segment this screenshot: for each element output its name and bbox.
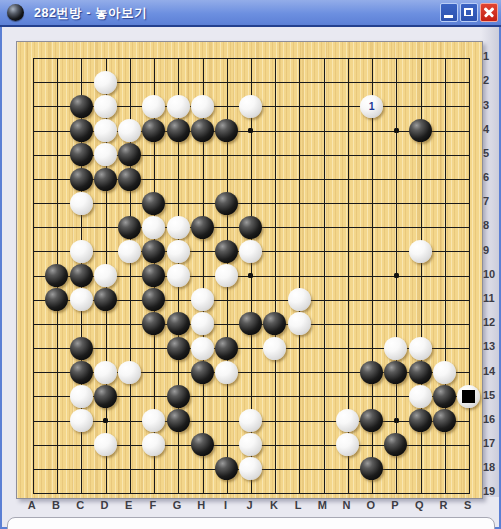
stone-white[interactable] (142, 216, 165, 239)
col-label: A (24, 499, 40, 511)
row-label: 16 (483, 413, 498, 425)
close-button[interactable] (480, 3, 498, 22)
col-label: L (290, 499, 306, 511)
stone-black[interactable] (239, 312, 262, 335)
stone-white[interactable]: 1 (360, 95, 383, 118)
last-move-square-marker (462, 390, 475, 403)
stone-white[interactable] (167, 216, 190, 239)
black-stone-logo-icon (7, 4, 24, 21)
stone-white[interactable] (70, 288, 93, 311)
minimize-button[interactable] (440, 3, 458, 22)
stone-black[interactable] (142, 192, 165, 215)
row-label: 3 (483, 99, 498, 111)
stone-white[interactable] (239, 240, 262, 263)
stone-black[interactable] (409, 119, 432, 142)
col-label: Q (411, 499, 427, 511)
stone-black[interactable] (215, 192, 238, 215)
stone-black[interactable] (167, 337, 190, 360)
stone-black[interactable] (70, 361, 93, 384)
row-label: 1 (483, 50, 498, 62)
stone-white[interactable] (239, 433, 262, 456)
stone-white[interactable] (191, 337, 214, 360)
row-label: 4 (483, 123, 498, 135)
col-label: K (266, 499, 282, 511)
stone-black[interactable] (384, 361, 407, 384)
stone-white[interactable] (215, 264, 238, 287)
stone-black[interactable] (360, 409, 383, 432)
stone-white[interactable] (70, 385, 93, 408)
stone-white[interactable] (94, 143, 117, 166)
row-label: 14 (483, 365, 498, 377)
stone-white[interactable] (167, 95, 190, 118)
stone-black[interactable] (70, 168, 93, 191)
stone-white[interactable] (288, 288, 311, 311)
stone-white[interactable] (142, 409, 165, 432)
col-label: P (387, 499, 403, 511)
stone-white[interactable] (142, 433, 165, 456)
stone-white[interactable] (94, 71, 117, 94)
maximize-button[interactable] (460, 3, 478, 22)
row-label: 7 (483, 195, 498, 207)
stone-black[interactable] (118, 216, 141, 239)
stone-black[interactable] (167, 409, 190, 432)
stone-white[interactable] (336, 409, 359, 432)
stone-white[interactable] (142, 95, 165, 118)
stone-black[interactable] (191, 119, 214, 142)
titlebar[interactable]: 282번방 - 놓아보기 (0, 0, 501, 27)
stone-white[interactable] (384, 337, 407, 360)
stone-black[interactable] (118, 143, 141, 166)
row-label: 19 (483, 485, 498, 497)
stone-white[interactable] (409, 385, 432, 408)
stone-white[interactable] (191, 312, 214, 335)
stone-white[interactable] (118, 240, 141, 263)
stone-white[interactable] (70, 240, 93, 263)
row-label: 17 (483, 437, 498, 449)
go-board[interactable]: 1 (16, 41, 483, 499)
row-label: 10 (483, 268, 498, 280)
stone-black[interactable] (70, 95, 93, 118)
stone-black[interactable] (409, 361, 432, 384)
stone-black[interactable] (360, 361, 383, 384)
stone-white[interactable] (94, 361, 117, 384)
stone-black[interactable] (142, 264, 165, 287)
stone-white[interactable] (167, 240, 190, 263)
stone-black[interactable] (433, 409, 456, 432)
stone-black[interactable] (215, 240, 238, 263)
stone-white[interactable] (94, 95, 117, 118)
stone-white[interactable] (191, 95, 214, 118)
row-label: 8 (483, 219, 498, 231)
stone-white[interactable] (94, 433, 117, 456)
row-label: 12 (483, 316, 498, 328)
col-label: C (72, 499, 88, 511)
stone-black[interactable] (167, 312, 190, 335)
bottom-panel (7, 517, 495, 529)
stone-black[interactable] (191, 433, 214, 456)
col-label: O (363, 499, 379, 511)
stone-black[interactable] (191, 216, 214, 239)
stone-black[interactable] (142, 288, 165, 311)
row-label: 6 (483, 171, 498, 183)
stone-black[interactable] (167, 119, 190, 142)
stone-white[interactable] (94, 264, 117, 287)
stone-white[interactable] (70, 409, 93, 432)
stone-white[interactable] (288, 312, 311, 335)
col-label: M (314, 499, 330, 511)
stone-black[interactable] (70, 143, 93, 166)
row-label: 9 (483, 244, 498, 256)
col-label: S (460, 499, 476, 511)
window-controls (440, 3, 498, 22)
stone-black[interactable] (239, 216, 262, 239)
stone-black[interactable] (167, 385, 190, 408)
stone-black[interactable] (142, 119, 165, 142)
stone-black[interactable] (45, 264, 68, 287)
col-label: G (169, 499, 185, 511)
stone-black[interactable] (263, 312, 286, 335)
stone-white[interactable] (239, 95, 262, 118)
stone-white[interactable] (191, 288, 214, 311)
col-label: D (96, 499, 112, 511)
stone-black[interactable] (70, 119, 93, 142)
stone-white[interactable] (433, 361, 456, 384)
stone-black[interactable] (142, 240, 165, 263)
move-number-label: 1 (369, 101, 375, 112)
stone-white[interactable] (409, 240, 432, 263)
col-label: N (339, 499, 355, 511)
stone-black[interactable] (215, 119, 238, 142)
stone-black[interactable] (70, 337, 93, 360)
minimize-icon (444, 15, 453, 18)
go-board-grid[interactable]: 1 (21, 46, 481, 505)
row-label: 11 (483, 292, 498, 304)
row-label: 5 (483, 147, 498, 159)
stone-white[interactable] (239, 409, 262, 432)
maximize-icon (464, 8, 473, 16)
row-label: 2 (483, 74, 498, 86)
col-label: R (435, 499, 451, 511)
stone-white[interactable] (118, 361, 141, 384)
stone-white[interactable] (118, 119, 141, 142)
stone-black[interactable] (215, 337, 238, 360)
stone-black[interactable] (70, 264, 93, 287)
stone-black[interactable] (191, 361, 214, 384)
stone-black[interactable] (94, 288, 117, 311)
col-label: B (48, 499, 64, 511)
stone-white[interactable] (263, 337, 286, 360)
stone-white[interactable] (94, 119, 117, 142)
col-label: H (193, 499, 209, 511)
row-label: 15 (483, 389, 498, 401)
row-label: 18 (483, 461, 498, 473)
stone-white[interactable] (336, 433, 359, 456)
stone-black[interactable] (409, 409, 432, 432)
stone-white[interactable] (70, 192, 93, 215)
col-label: I (217, 499, 233, 511)
stone-black[interactable] (384, 433, 407, 456)
col-label: J (242, 499, 258, 511)
stone-black[interactable] (360, 457, 383, 480)
window-title: 282번방 - 놓아보기 (34, 0, 147, 25)
stone-white[interactable] (409, 337, 432, 360)
col-label: F (145, 499, 161, 511)
row-label: 13 (483, 340, 498, 352)
stone-black[interactable] (215, 457, 238, 480)
stone-white[interactable] (215, 361, 238, 384)
stone-white[interactable] (457, 385, 480, 408)
stone-black[interactable] (433, 385, 456, 408)
app-window: 282번방 - 놓아보기 1 ABCDEFGHIJKLMNOPQRS 12345… (0, 0, 501, 529)
right-edge-shade (481, 27, 499, 497)
stone-black[interactable] (45, 288, 68, 311)
col-label: E (121, 499, 137, 511)
stone-white[interactable] (167, 264, 190, 287)
stone-black[interactable] (94, 168, 117, 191)
stone-black[interactable] (94, 385, 117, 408)
stone-black[interactable] (142, 312, 165, 335)
stone-white[interactable] (239, 457, 262, 480)
content-panel: 1 ABCDEFGHIJKLMNOPQRS 123456789101112131… (2, 27, 499, 527)
stone-black[interactable] (118, 168, 141, 191)
